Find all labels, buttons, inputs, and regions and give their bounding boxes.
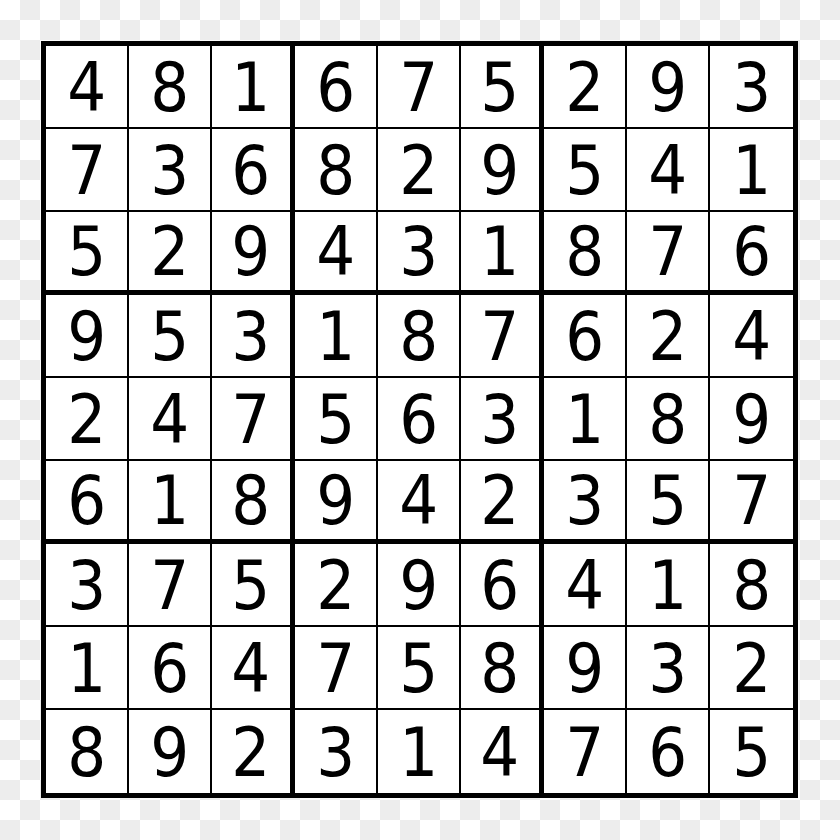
cell-value: 9 (732, 386, 771, 454)
cell-r6c6[interactable]: 2 (461, 461, 544, 544)
cell-value: 3 (399, 218, 438, 286)
cell-r4c1[interactable]: 9 (46, 295, 129, 378)
cell-r1c8[interactable]: 9 (627, 46, 710, 129)
cell-value: 8 (67, 719, 106, 787)
cell-value: 7 (732, 467, 771, 535)
cell-value: 2 (232, 719, 271, 787)
cell-value: 2 (67, 386, 106, 454)
cell-r9c1[interactable]: 8 (46, 710, 129, 793)
cell-value: 7 (648, 218, 687, 286)
sudoku-board: 4 8 1 6 7 5 2 9 3 7 3 6 8 2 9 5 4 1 5 2 … (41, 41, 798, 798)
cell-r3c9[interactable]: 6 (710, 212, 793, 295)
cell-value: 8 (150, 54, 189, 122)
cell-r6c1[interactable]: 6 (46, 461, 129, 544)
cell-value: 7 (150, 552, 189, 620)
cell-r8c6[interactable]: 8 (461, 627, 544, 710)
cell-value: 8 (648, 386, 687, 454)
cell-r9c7[interactable]: 7 (544, 710, 627, 793)
cell-r1c1[interactable]: 4 (46, 46, 129, 129)
cell-r3c7[interactable]: 8 (544, 212, 627, 295)
cell-r6c8[interactable]: 5 (627, 461, 710, 544)
cell-value: 7 (399, 54, 438, 122)
cell-value: 5 (232, 552, 271, 620)
cell-r2c6[interactable]: 9 (461, 129, 544, 212)
cell-r9c3[interactable]: 2 (212, 710, 295, 793)
cell-r6c5[interactable]: 4 (378, 461, 461, 544)
cell-r4c8[interactable]: 2 (627, 295, 710, 378)
cell-r3c4[interactable]: 4 (295, 212, 378, 295)
cell-r8c1[interactable]: 1 (46, 627, 129, 710)
cell-r5c8[interactable]: 8 (627, 378, 710, 461)
cell-value: 1 (481, 218, 520, 286)
cell-value: 3 (67, 552, 106, 620)
cell-r8c7[interactable]: 9 (544, 627, 627, 710)
cell-r5c4[interactable]: 5 (295, 378, 378, 461)
cell-value: 6 (67, 467, 106, 535)
cell-value: 1 (232, 54, 271, 122)
cell-r7c9[interactable]: 8 (710, 544, 793, 627)
cell-value: 2 (732, 635, 771, 703)
cell-value: 1 (67, 635, 106, 703)
cell-r5c6[interactable]: 3 (461, 378, 544, 461)
cell-value: 1 (648, 552, 687, 620)
cell-r8c3[interactable]: 4 (212, 627, 295, 710)
cell-r8c9[interactable]: 2 (710, 627, 793, 710)
cell-r1c6[interactable]: 5 (461, 46, 544, 129)
cell-value: 6 (399, 386, 438, 454)
cell-r8c5[interactable]: 5 (378, 627, 461, 710)
cell-value: 3 (481, 386, 520, 454)
cell-value: 4 (648, 137, 687, 205)
cell-value: 2 (150, 218, 189, 286)
cell-value: 7 (67, 137, 106, 205)
cell-r5c3[interactable]: 7 (212, 378, 295, 461)
cell-value: 3 (316, 719, 355, 787)
cell-r3c6[interactable]: 1 (461, 212, 544, 295)
cell-r8c2[interactable]: 6 (129, 627, 212, 710)
cell-r2c7[interactable]: 5 (544, 129, 627, 212)
cell-value: 9 (232, 218, 271, 286)
cell-r7c7[interactable]: 4 (544, 544, 627, 627)
cell-value: 9 (399, 552, 438, 620)
cell-r5c5[interactable]: 6 (378, 378, 461, 461)
cell-value: 5 (565, 137, 604, 205)
cell-r4c2[interactable]: 5 (129, 295, 212, 378)
cell-r2c5[interactable]: 2 (378, 129, 461, 212)
cell-value: 7 (481, 303, 520, 371)
cell-value: 9 (481, 137, 520, 205)
cell-r7c3[interactable]: 5 (212, 544, 295, 627)
cell-value: 1 (565, 386, 604, 454)
cell-value: 6 (648, 719, 687, 787)
cell-r6c2[interactable]: 1 (129, 461, 212, 544)
cell-value: 7 (232, 386, 271, 454)
cell-value: 3 (150, 137, 189, 205)
cell-r9c4[interactable]: 3 (295, 710, 378, 793)
cell-value: 5 (732, 719, 771, 787)
cell-r2c4[interactable]: 8 (295, 129, 378, 212)
cell-r4c9[interactable]: 4 (710, 295, 793, 378)
cell-value: 4 (565, 552, 604, 620)
cell-value: 2 (648, 303, 687, 371)
cell-r6c7[interactable]: 3 (544, 461, 627, 544)
cell-value: 4 (399, 467, 438, 535)
cell-r6c3[interactable]: 8 (212, 461, 295, 544)
cell-value: 6 (481, 552, 520, 620)
cell-value: 5 (316, 386, 355, 454)
cell-r1c2[interactable]: 8 (129, 46, 212, 129)
cell-r6c9[interactable]: 7 (710, 461, 793, 544)
cell-value: 3 (732, 54, 771, 122)
cell-r2c3[interactable]: 6 (212, 129, 295, 212)
cell-value: 5 (481, 54, 520, 122)
cell-r3c1[interactable]: 5 (46, 212, 129, 295)
cell-r9c5[interactable]: 1 (378, 710, 461, 793)
cell-r4c4[interactable]: 1 (295, 295, 378, 378)
cell-value: 8 (732, 552, 771, 620)
cell-value: 8 (565, 218, 604, 286)
cell-value: 7 (565, 719, 604, 787)
cell-value: 6 (150, 635, 189, 703)
cell-value: 4 (150, 386, 189, 454)
cell-r9c6[interactable]: 4 (461, 710, 544, 793)
cell-r7c5[interactable]: 9 (378, 544, 461, 627)
cell-value: 6 (232, 137, 271, 205)
cell-value: 2 (399, 137, 438, 205)
cell-r4c6[interactable]: 7 (461, 295, 544, 378)
cell-value: 3 (232, 303, 271, 371)
cell-r9c8[interactable]: 6 (627, 710, 710, 793)
cell-r8c8[interactable]: 3 (627, 627, 710, 710)
cell-r4c3[interactable]: 3 (212, 295, 295, 378)
cell-r3c2[interactable]: 2 (129, 212, 212, 295)
cell-value: 9 (316, 467, 355, 535)
cell-value: 5 (648, 467, 687, 535)
cell-r5c2[interactable]: 4 (129, 378, 212, 461)
cell-r3c8[interactable]: 7 (627, 212, 710, 295)
cell-value: 6 (565, 303, 604, 371)
cell-value: 9 (150, 719, 189, 787)
cell-r5c9[interactable]: 9 (710, 378, 793, 461)
cell-r3c5[interactable]: 3 (378, 212, 461, 295)
cell-value: 1 (316, 303, 355, 371)
cell-value: 5 (150, 303, 189, 371)
cell-value: 9 (565, 635, 604, 703)
cell-r4c7[interactable]: 6 (544, 295, 627, 378)
cell-value: 5 (67, 218, 106, 286)
cell-value: 1 (150, 467, 189, 535)
cell-value: 9 (648, 54, 687, 122)
cell-r7c2[interactable]: 7 (129, 544, 212, 627)
cell-r7c1[interactable]: 3 (46, 544, 129, 627)
cell-value: 8 (232, 467, 271, 535)
cell-value: 4 (732, 303, 771, 371)
cell-r7c4[interactable]: 2 (295, 544, 378, 627)
cell-r9c2[interactable]: 9 (129, 710, 212, 793)
cell-r9c9[interactable]: 5 (710, 710, 793, 793)
cell-value: 4 (67, 54, 106, 122)
cell-r1c4[interactable]: 6 (295, 46, 378, 129)
cell-value: 1 (399, 719, 438, 787)
cell-value: 6 (316, 54, 355, 122)
cell-value: 3 (565, 467, 604, 535)
cell-value: 8 (316, 137, 355, 205)
cell-value: 3 (648, 635, 687, 703)
cell-value: 2 (481, 467, 520, 535)
cell-r1c9[interactable]: 3 (710, 46, 793, 129)
cell-value: 4 (316, 218, 355, 286)
cell-r5c1[interactable]: 2 (46, 378, 129, 461)
cell-r1c5[interactable]: 7 (378, 46, 461, 129)
cell-value: 7 (316, 635, 355, 703)
cell-value: 5 (399, 635, 438, 703)
cell-value: 1 (732, 137, 771, 205)
cell-r2c9[interactable]: 1 (710, 129, 793, 212)
cell-value: 2 (316, 552, 355, 620)
cell-r2c8[interactable]: 4 (627, 129, 710, 212)
cell-r1c3[interactable]: 1 (212, 46, 295, 129)
cell-value: 8 (481, 635, 520, 703)
cell-value: 8 (399, 303, 438, 371)
cell-value: 4 (232, 635, 271, 703)
cell-value: 6 (732, 218, 771, 286)
cell-r1c7[interactable]: 2 (544, 46, 627, 129)
cell-r2c1[interactable]: 7 (46, 129, 129, 212)
cell-r7c6[interactable]: 6 (461, 544, 544, 627)
cell-value: 2 (565, 54, 604, 122)
cell-r4c5[interactable]: 8 (378, 295, 461, 378)
cell-r2c2[interactable]: 3 (129, 129, 212, 212)
cell-r7c8[interactable]: 1 (627, 544, 710, 627)
cell-value: 9 (67, 303, 106, 371)
cell-value: 4 (481, 719, 520, 787)
cell-r5c7[interactable]: 1 (544, 378, 627, 461)
transparency-checkerboard-background: 4 8 1 6 7 5 2 9 3 7 3 6 8 2 9 5 4 1 5 2 … (0, 0, 840, 840)
cell-r6c4[interactable]: 9 (295, 461, 378, 544)
cell-r3c3[interactable]: 9 (212, 212, 295, 295)
cell-r8c4[interactable]: 7 (295, 627, 378, 710)
